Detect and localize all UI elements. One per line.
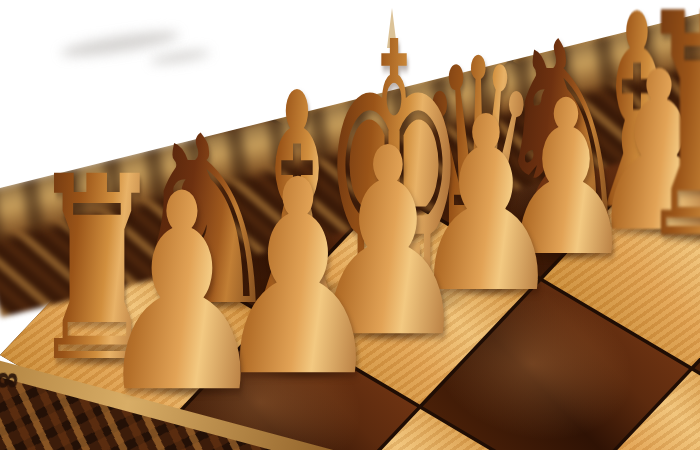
rank-label: 8	[0, 371, 22, 390]
chess-set-photo: 8 ♜♞♝♚♛♞♝♜♟♟♟♟♟♟	[0, 0, 700, 450]
piece-rook-2: ♜	[630, 0, 700, 282]
piece-pawn-a: ♟	[94, 158, 270, 430]
